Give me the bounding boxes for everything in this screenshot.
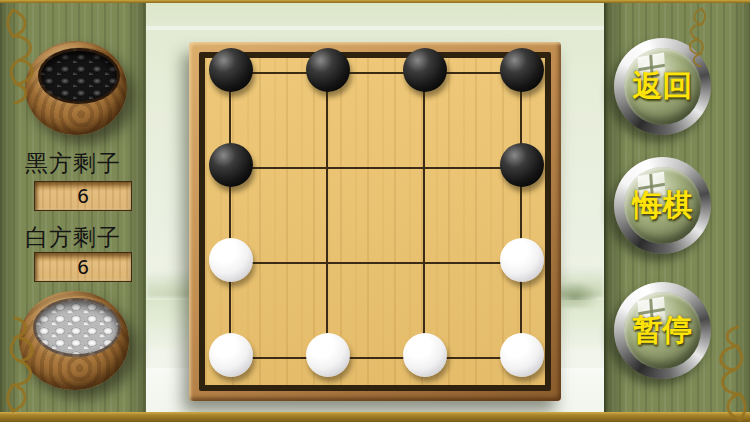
white-remaining-value: 6 xyxy=(77,256,89,278)
board-point-r4c1[interactable] xyxy=(182,310,279,405)
board-point-r3c3[interactable] xyxy=(376,215,473,310)
board-point-r2c1[interactable] xyxy=(182,120,279,215)
pause-button[interactable]: 暂停 xyxy=(614,282,711,379)
board-point-r4c2[interactable] xyxy=(279,310,376,405)
black-stone[interactable] xyxy=(209,143,253,187)
board-point-r3c1[interactable] xyxy=(182,215,279,310)
ornament-top-right-icon xyxy=(681,6,708,68)
black-remaining-value: 6 xyxy=(77,185,89,207)
black-stone[interactable] xyxy=(500,48,544,92)
ornament-top-left-icon xyxy=(3,6,47,106)
white-remaining-label: 白方剩子 xyxy=(8,222,138,253)
white-stone[interactable] xyxy=(306,333,350,377)
black-stone[interactable] xyxy=(500,143,544,187)
white-remaining-counter: 6 xyxy=(34,252,132,282)
white-stone[interactable] xyxy=(209,333,253,377)
app-window: 黑方剩子 6 白方剩子 6 返回 悔棋 暂停 xyxy=(0,0,750,422)
black-stone[interactable] xyxy=(403,48,447,92)
bottom-gold-border xyxy=(0,412,750,422)
white-stone[interactable] xyxy=(403,333,447,377)
ornament-bottom-left-icon xyxy=(3,315,47,415)
black-stone[interactable] xyxy=(209,48,253,92)
pause-button-label: 暂停 xyxy=(614,282,711,379)
board-point-r2c2[interactable] xyxy=(279,120,376,215)
board-point-r3c4[interactable] xyxy=(473,215,570,310)
board-point-r1c1[interactable] xyxy=(182,25,279,120)
board-point-r1c2[interactable] xyxy=(279,25,376,120)
black-remaining-counter: 6 xyxy=(34,181,132,211)
board-grid xyxy=(182,25,570,405)
board-point-r4c4[interactable] xyxy=(473,310,570,405)
black-stone[interactable] xyxy=(306,48,350,92)
board-point-r2c3[interactable] xyxy=(376,120,473,215)
white-stone[interactable] xyxy=(500,333,544,377)
board-point-r1c3[interactable] xyxy=(376,25,473,120)
board-point-r4c3[interactable] xyxy=(376,310,473,405)
ornament-bottom-right-icon xyxy=(706,324,750,422)
game-board[interactable] xyxy=(189,42,561,401)
black-remaining-label: 黑方剩子 xyxy=(8,148,138,179)
board-point-r2c4[interactable] xyxy=(473,120,570,215)
board-point-r3c2[interactable] xyxy=(279,215,376,310)
undo-button-label: 悔棋 xyxy=(614,157,711,254)
top-gold-border xyxy=(0,0,750,3)
board-point-r1c4[interactable] xyxy=(473,25,570,120)
undo-button[interactable]: 悔棋 xyxy=(614,157,711,254)
white-stone[interactable] xyxy=(209,238,253,282)
white-stone[interactable] xyxy=(500,238,544,282)
black-stones-pile xyxy=(38,48,119,105)
